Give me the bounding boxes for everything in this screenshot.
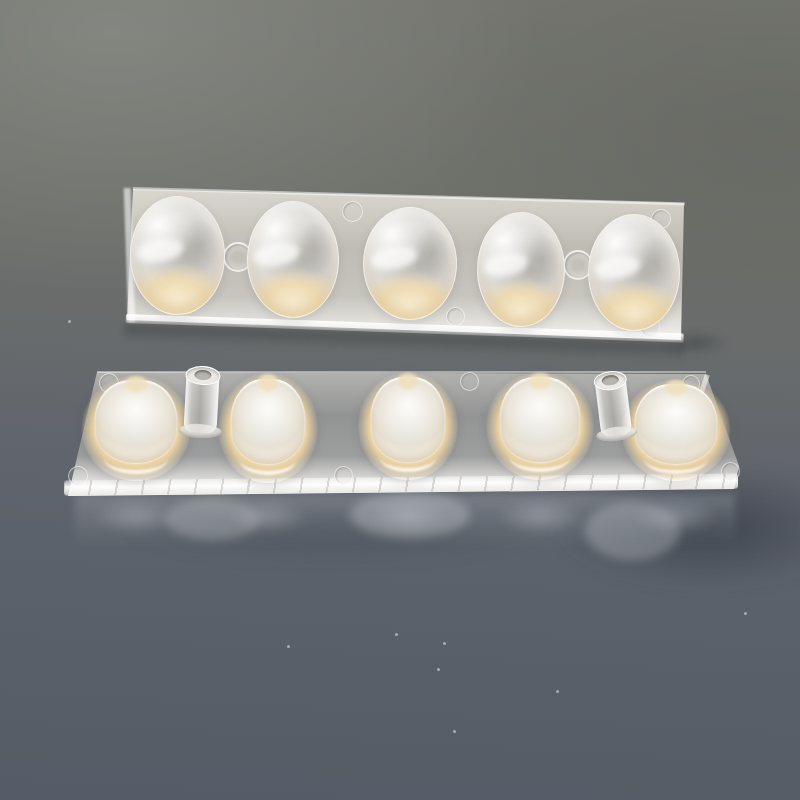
dome-lens bbox=[247, 201, 339, 318]
peg-top-opening bbox=[592, 369, 627, 392]
cup-lens bbox=[621, 379, 731, 481]
bottom-strip-top-edge-highlight bbox=[97, 371, 706, 373]
cup-heart-notch bbox=[665, 380, 687, 395]
cup-lens bbox=[358, 372, 458, 480]
plate-hole bbox=[460, 372, 479, 391]
lens-ghost-reflection bbox=[632, 498, 720, 534]
plate-hole bbox=[640, 317, 660, 337]
cup-inner-surface bbox=[635, 384, 716, 464]
cup-heart-notch bbox=[398, 373, 418, 389]
bottom-strip-soft-shadow bbox=[120, 492, 550, 564]
cup-inner-surface bbox=[95, 380, 176, 463]
table-reflection-band bbox=[75, 494, 735, 546]
top-strip-top-edge-highlight bbox=[133, 187, 685, 205]
lens-ghost-reflection bbox=[92, 498, 180, 534]
bottom-strip-right-edge-highlight bbox=[674, 374, 710, 466]
plate-hole bbox=[68, 466, 88, 486]
cup-lens bbox=[218, 373, 318, 483]
plate-hole bbox=[99, 373, 119, 393]
cup-inner-surface bbox=[371, 377, 445, 461]
top-strip-cast-shadow bbox=[123, 324, 685, 362]
dust-speck bbox=[287, 645, 290, 648]
peg-bore bbox=[194, 370, 212, 381]
dust-speck bbox=[437, 668, 440, 671]
dome-lens bbox=[477, 212, 565, 327]
dome-lens bbox=[130, 196, 225, 315]
cup-inner-surface bbox=[231, 379, 305, 465]
table-reflections bbox=[0, 0, 800, 800]
plate-hole bbox=[721, 462, 740, 481]
caustic-reflection bbox=[585, 502, 680, 560]
cup-lens bbox=[486, 372, 594, 480]
caustic-reflection bbox=[165, 498, 260, 540]
cup-heart-notch bbox=[258, 374, 278, 391]
top-strip-corner-shadow bbox=[664, 330, 728, 356]
cup-rim-highlight bbox=[509, 440, 572, 472]
dust-speck bbox=[453, 730, 456, 733]
plate-hole bbox=[342, 201, 363, 222]
cup-rim-highlight bbox=[239, 442, 297, 475]
bottom-strip-dark-shadow bbox=[552, 466, 800, 588]
alignment-peg bbox=[594, 376, 632, 437]
alignment-peg bbox=[183, 372, 219, 434]
caustic-reflection bbox=[350, 492, 470, 538]
plate-hole bbox=[334, 466, 353, 485]
lens-ghost-reflection bbox=[497, 498, 583, 534]
plate-hole bbox=[682, 375, 700, 393]
dome-lens bbox=[588, 214, 680, 331]
peg-bore bbox=[601, 374, 618, 386]
lens-strip-bottom bbox=[0, 0, 800, 800]
dust-speck bbox=[556, 690, 559, 693]
lens-strip-top bbox=[0, 0, 800, 800]
top-strip-left-edge-highlight bbox=[124, 188, 136, 322]
bottom-strip-front-edge-highlight bbox=[64, 473, 738, 495]
lens-nub bbox=[563, 250, 593, 280]
lens-ghost-reflection bbox=[228, 498, 308, 534]
top-strip-plate bbox=[0, 0, 800, 800]
cup-inner-surface bbox=[500, 377, 580, 461]
lens-nub bbox=[223, 242, 253, 272]
dust-speck bbox=[395, 633, 398, 636]
product-photo bbox=[0, 0, 800, 800]
peg-top-opening bbox=[184, 365, 220, 386]
cup-rim-highlight bbox=[104, 442, 168, 474]
bottom-strip-plate bbox=[0, 0, 800, 800]
cup-rim-highlight bbox=[379, 440, 437, 472]
cup-lens bbox=[81, 375, 191, 481]
dust-speck bbox=[443, 642, 446, 645]
plate-hole bbox=[446, 307, 465, 326]
cup-heart-notch bbox=[529, 373, 551, 389]
dust-speck bbox=[744, 612, 747, 615]
cup-rim-highlight bbox=[644, 443, 708, 474]
lens-ghost-reflection bbox=[368, 498, 448, 534]
top-strip-bottom-edge-highlight bbox=[126, 314, 684, 342]
dome-lens bbox=[363, 207, 457, 320]
dust-speck bbox=[68, 320, 71, 323]
cup-heart-notch bbox=[125, 376, 147, 392]
plate-hole bbox=[651, 209, 671, 229]
